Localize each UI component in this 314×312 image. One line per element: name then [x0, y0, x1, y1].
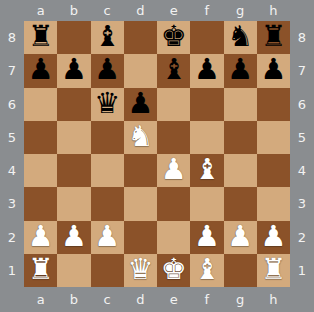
file-label-a: a	[24, 287, 57, 312]
square-b6[interactable]	[57, 88, 90, 121]
piece-white-pawn: ♟	[61, 222, 87, 251]
square-h3[interactable]	[257, 187, 290, 220]
rank-label-8: 8	[0, 21, 24, 54]
rank-label-3: 3	[0, 187, 24, 220]
piece-white-rook: ♜	[260, 255, 286, 284]
square-d2[interactable]	[124, 221, 157, 254]
square-b4[interactable]	[57, 154, 90, 187]
square-e8[interactable]: ♚	[157, 21, 190, 54]
piece-white-pawn: ♟	[28, 222, 54, 251]
rank-label-4: 4	[290, 154, 314, 187]
square-c2[interactable]: ♟	[91, 221, 124, 254]
file-label-g: g	[224, 0, 257, 21]
square-c1[interactable]	[91, 254, 124, 287]
piece-white-rook: ♜	[28, 255, 54, 284]
rank-label-1: 1	[290, 254, 314, 287]
square-e7[interactable]: ♝	[157, 54, 190, 87]
piece-white-knight: ♞	[127, 122, 153, 151]
rank-label-6: 6	[0, 88, 24, 121]
square-h2[interactable]: ♟	[257, 221, 290, 254]
square-b5[interactable]	[57, 121, 90, 154]
square-g3[interactable]	[224, 187, 257, 220]
piece-white-bishop: ♝	[194, 155, 220, 184]
file-label-b: b	[57, 287, 90, 312]
square-g5[interactable]	[224, 121, 257, 154]
file-label-d: d	[124, 0, 157, 21]
square-g4[interactable]	[224, 154, 257, 187]
square-b3[interactable]	[57, 187, 90, 220]
piece-white-pawn: ♟	[94, 222, 120, 251]
square-f1[interactable]: ♝	[190, 254, 223, 287]
square-c4[interactable]	[91, 154, 124, 187]
square-h4[interactable]	[257, 154, 290, 187]
rank-label-3: 3	[290, 187, 314, 220]
piece-black-bishop: ♝	[161, 55, 187, 84]
square-b7[interactable]: ♟	[57, 54, 90, 87]
rank-label-4: 4	[0, 154, 24, 187]
piece-white-bishop: ♝	[194, 255, 220, 284]
square-f2[interactable]: ♟	[190, 221, 223, 254]
chessboard-frame: abcdefgh abcdefgh 87654321 87654321 ♜♝♚♞…	[0, 0, 314, 312]
rank-label-6: 6	[290, 88, 314, 121]
square-a8[interactable]: ♜	[24, 21, 57, 54]
file-label-f: f	[190, 287, 223, 312]
square-a7[interactable]: ♟	[24, 54, 57, 87]
rank-label-2: 2	[290, 221, 314, 254]
rank-label-7: 7	[0, 54, 24, 87]
square-a2[interactable]: ♟	[24, 221, 57, 254]
square-g1[interactable]	[224, 254, 257, 287]
file-label-e: e	[157, 287, 190, 312]
square-a6[interactable]	[24, 88, 57, 121]
piece-black-pawn: ♟	[260, 55, 286, 84]
file-label-g: g	[224, 287, 257, 312]
file-label-h: h	[257, 0, 290, 21]
rank-label-5: 5	[0, 121, 24, 154]
square-g2[interactable]: ♟	[224, 221, 257, 254]
square-e1[interactable]: ♚	[157, 254, 190, 287]
piece-black-pawn: ♟	[127, 89, 153, 118]
piece-black-rook: ♜	[28, 22, 54, 51]
square-e4[interactable]: ♟	[157, 154, 190, 187]
rank-label-5: 5	[290, 121, 314, 154]
square-d6[interactable]: ♟	[124, 88, 157, 121]
square-f4[interactable]: ♝	[190, 154, 223, 187]
square-d4[interactable]	[124, 154, 157, 187]
piece-black-knight: ♞	[227, 22, 253, 51]
square-a4[interactable]	[24, 154, 57, 187]
square-h5[interactable]	[257, 121, 290, 154]
square-f6[interactable]	[190, 88, 223, 121]
square-c5[interactable]	[91, 121, 124, 154]
piece-black-pawn: ♟	[94, 55, 120, 84]
square-f7[interactable]: ♟	[190, 54, 223, 87]
square-a3[interactable]	[24, 187, 57, 220]
rank-label-1: 1	[0, 254, 24, 287]
square-d3[interactable]	[124, 187, 157, 220]
square-g6[interactable]	[224, 88, 257, 121]
piece-black-pawn: ♟	[28, 55, 54, 84]
piece-white-pawn: ♟	[194, 222, 220, 251]
file-label-b: b	[57, 0, 90, 21]
square-f5[interactable]	[190, 121, 223, 154]
rank-labels-left: 87654321	[0, 21, 24, 287]
square-c7[interactable]: ♟	[91, 54, 124, 87]
square-e6[interactable]	[157, 88, 190, 121]
square-c8[interactable]: ♝	[91, 21, 124, 54]
square-b8[interactable]	[57, 21, 90, 54]
square-a5[interactable]	[24, 121, 57, 154]
square-g7[interactable]: ♟	[224, 54, 257, 87]
square-f3[interactable]	[190, 187, 223, 220]
square-d1[interactable]: ♛	[124, 254, 157, 287]
piece-white-queen: ♛	[127, 255, 153, 284]
rank-label-8: 8	[290, 21, 314, 54]
square-h1[interactable]: ♜	[257, 254, 290, 287]
piece-black-bishop: ♝	[94, 22, 120, 51]
square-a1[interactable]: ♜	[24, 254, 57, 287]
piece-black-rook: ♜	[260, 22, 286, 51]
rank-label-2: 2	[0, 221, 24, 254]
piece-black-queen: ♛	[94, 89, 120, 118]
piece-white-pawn: ♟	[227, 222, 253, 251]
rank-labels-right: 87654321	[290, 21, 314, 287]
square-b2[interactable]: ♟	[57, 221, 90, 254]
file-label-e: e	[157, 0, 190, 21]
file-label-f: f	[190, 0, 223, 21]
piece-black-pawn: ♟	[61, 55, 87, 84]
square-d5[interactable]: ♞	[124, 121, 157, 154]
square-h6[interactable]	[257, 88, 290, 121]
piece-white-pawn: ♟	[260, 222, 286, 251]
rank-label-7: 7	[290, 54, 314, 87]
file-label-c: c	[91, 287, 124, 312]
square-e2[interactable]	[157, 221, 190, 254]
square-c3[interactable]	[91, 187, 124, 220]
file-labels-top: abcdefgh	[24, 0, 290, 21]
piece-white-pawn: ♟	[161, 155, 187, 184]
square-c6[interactable]: ♛	[91, 88, 124, 121]
square-f8[interactable]	[190, 21, 223, 54]
piece-white-king: ♚	[161, 255, 187, 284]
square-h8[interactable]: ♜	[257, 21, 290, 54]
file-label-a: a	[24, 0, 57, 21]
square-b1[interactable]	[57, 254, 90, 287]
chess-board: ♜♝♚♞♜♟♟♟♝♟♟♟♛♟♞♟♝♟♟♟♟♟♟♜♛♚♝♜	[24, 21, 290, 287]
square-e3[interactable]	[157, 187, 190, 220]
square-e5[interactable]	[157, 121, 190, 154]
square-g8[interactable]: ♞	[224, 21, 257, 54]
file-label-h: h	[257, 287, 290, 312]
square-h7[interactable]: ♟	[257, 54, 290, 87]
piece-black-king: ♚	[161, 22, 187, 51]
file-labels-bottom: abcdefgh	[24, 287, 290, 312]
file-label-d: d	[124, 287, 157, 312]
piece-black-pawn: ♟	[227, 55, 253, 84]
piece-black-pawn: ♟	[194, 55, 220, 84]
square-d8[interactable]	[124, 21, 157, 54]
square-d7[interactable]	[124, 54, 157, 87]
file-label-c: c	[91, 0, 124, 21]
